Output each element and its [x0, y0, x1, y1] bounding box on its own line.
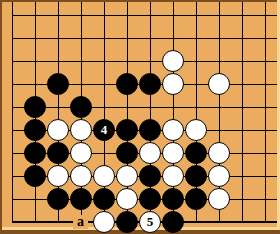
- black-stone: ●: [139, 119, 161, 141]
- white-stone: ○: [208, 165, 230, 187]
- black-stone: ●: [24, 96, 46, 118]
- black-stone: ●: [116, 142, 138, 164]
- move-number: 5: [147, 212, 154, 232]
- black-stone: ●: [162, 188, 184, 210]
- black-stone: ●: [139, 73, 161, 95]
- black-stone: ●: [70, 96, 92, 118]
- black-stone: ●: [116, 119, 138, 141]
- black-stone: ●: [93, 188, 115, 210]
- grid-row-line: [12, 107, 277, 108]
- frame-bottom-edge: [0, 230, 280, 234]
- black-stone: ●: [162, 211, 184, 233]
- white-stone: ○: [47, 119, 69, 141]
- board-left-edge-line: [12, 2, 13, 223]
- black-stone: ●: [185, 188, 207, 210]
- white-stone: ○: [139, 142, 161, 164]
- white-stone: ○: [162, 50, 184, 72]
- white-stone: ○: [70, 142, 92, 164]
- grid-row-line: [12, 38, 277, 39]
- black-stone: ●: [24, 165, 46, 187]
- white-stone: ○: [162, 165, 184, 187]
- white-stone: ○: [116, 165, 138, 187]
- black-stone: ●: [116, 73, 138, 95]
- frame-top-edge: [0, 0, 280, 2]
- grid-row-line: [12, 61, 277, 62]
- black-stone: ●: [47, 142, 69, 164]
- go-problem-diagram: ○●●●○○●●●○○4●●○○●●○●○○●○●○○○○●○●○●●●○●●●…: [0, 0, 280, 234]
- white-stone: ○: [208, 142, 230, 164]
- black-stone: ●: [139, 188, 161, 210]
- frame-left-edge: [0, 0, 2, 234]
- black-stone: 4: [93, 119, 115, 141]
- white-stone: ○: [93, 165, 115, 187]
- black-stone: ●: [24, 119, 46, 141]
- black-stone: ●: [116, 211, 138, 233]
- black-stone: ●: [24, 142, 46, 164]
- black-stone: ●: [47, 73, 69, 95]
- white-stone: ○: [162, 142, 184, 164]
- grid-column-line: [265, 2, 266, 223]
- point-label-a: a: [73, 215, 88, 229]
- white-stone: ○: [70, 119, 92, 141]
- grid-column-line: [242, 2, 243, 223]
- white-stone: 5: [139, 211, 161, 233]
- black-stone: ●: [70, 188, 92, 210]
- white-stone: ○: [208, 73, 230, 95]
- white-stone: ○: [116, 188, 138, 210]
- grid-row-line: [12, 15, 277, 16]
- frame-right-edge: [277, 0, 280, 234]
- white-stone: ○: [185, 119, 207, 141]
- go-board[interactable]: ○●●●○○●●●○○4●●○○●●○●○○●○●○○○○●○●○●●●○●●●…: [0, 0, 280, 234]
- white-stone: ○: [93, 211, 115, 233]
- white-stone: ○: [162, 119, 184, 141]
- white-stone: ○: [162, 73, 184, 95]
- black-stone: ●: [185, 165, 207, 187]
- black-stone: ●: [185, 142, 207, 164]
- black-stone: ●: [47, 188, 69, 210]
- white-stone: ○: [47, 165, 69, 187]
- black-stone: ●: [139, 165, 161, 187]
- white-stone: ○: [70, 165, 92, 187]
- move-number: 4: [101, 120, 108, 140]
- white-stone: ○: [208, 188, 230, 210]
